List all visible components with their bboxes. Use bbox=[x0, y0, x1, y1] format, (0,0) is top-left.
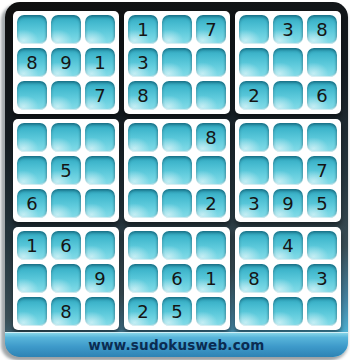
cell-r8c8[interactable] bbox=[273, 264, 303, 293]
block-r1c2: 1738 bbox=[124, 11, 230, 114]
sudoku-grid: 8917173838265682739516986125483 bbox=[13, 11, 341, 330]
cell-r3c5[interactable] bbox=[162, 81, 192, 110]
cell-r4c8[interactable] bbox=[273, 123, 303, 152]
cell-r5c2[interactable]: 5 bbox=[51, 156, 81, 185]
cell-r7c7[interactable] bbox=[239, 231, 269, 260]
cell-r6c6[interactable]: 2 bbox=[196, 189, 226, 218]
cell-r1c4[interactable]: 1 bbox=[128, 15, 158, 44]
block-r1c3: 3826 bbox=[235, 11, 341, 114]
block-r2c2: 82 bbox=[124, 119, 230, 222]
cell-r4c5[interactable] bbox=[162, 123, 192, 152]
block-r3c1: 1698 bbox=[13, 227, 119, 330]
cell-r8c9[interactable]: 3 bbox=[307, 264, 337, 293]
cell-r1c9[interactable]: 8 bbox=[307, 15, 337, 44]
cell-r8c1[interactable] bbox=[17, 264, 47, 293]
cell-r1c2[interactable] bbox=[51, 15, 81, 44]
cell-r6c3[interactable] bbox=[85, 189, 115, 218]
block-r3c3: 483 bbox=[235, 227, 341, 330]
cell-r5c8[interactable] bbox=[273, 156, 303, 185]
cell-r2c9[interactable] bbox=[307, 48, 337, 77]
cell-r2c1[interactable]: 8 bbox=[17, 48, 47, 77]
cell-r2c2[interactable]: 9 bbox=[51, 48, 81, 77]
cell-r7c6[interactable] bbox=[196, 231, 226, 260]
cell-r8c6[interactable]: 1 bbox=[196, 264, 226, 293]
block-r2c3: 7395 bbox=[235, 119, 341, 222]
cell-r7c8[interactable]: 4 bbox=[273, 231, 303, 260]
cell-r3c6[interactable] bbox=[196, 81, 226, 110]
cell-r9c5[interactable]: 5 bbox=[162, 297, 192, 326]
cell-r5c3[interactable] bbox=[85, 156, 115, 185]
cell-r5c7[interactable] bbox=[239, 156, 269, 185]
cell-r9c6[interactable] bbox=[196, 297, 226, 326]
cell-r1c7[interactable] bbox=[239, 15, 269, 44]
cell-r4c3[interactable] bbox=[85, 123, 115, 152]
cell-r6c5[interactable] bbox=[162, 189, 192, 218]
cell-r4c7[interactable] bbox=[239, 123, 269, 152]
block-r2c1: 56 bbox=[13, 119, 119, 222]
cell-r3c3[interactable]: 7 bbox=[85, 81, 115, 110]
cell-r8c4[interactable] bbox=[128, 264, 158, 293]
cell-r2c4[interactable]: 3 bbox=[128, 48, 158, 77]
cell-r3c8[interactable] bbox=[273, 81, 303, 110]
board-frame: 8917173838265682739516986125483 www.sudo… bbox=[5, 2, 348, 357]
cell-r3c7[interactable]: 2 bbox=[239, 81, 269, 110]
cell-r6c8[interactable]: 9 bbox=[273, 189, 303, 218]
cell-r9c9[interactable] bbox=[307, 297, 337, 326]
cell-r1c5[interactable] bbox=[162, 15, 192, 44]
cell-r6c2[interactable] bbox=[51, 189, 81, 218]
cell-r1c3[interactable] bbox=[85, 15, 115, 44]
cell-r8c2[interactable] bbox=[51, 264, 81, 293]
cell-r5c5[interactable] bbox=[162, 156, 192, 185]
sudoku-board: 8917173838265682739516986125483 www.sudo… bbox=[0, 0, 350, 360]
cell-r1c1[interactable] bbox=[17, 15, 47, 44]
cell-r7c5[interactable] bbox=[162, 231, 192, 260]
cell-r5c4[interactable] bbox=[128, 156, 158, 185]
cell-r7c3[interactable] bbox=[85, 231, 115, 260]
footer-bar: www.sudokusweb.com bbox=[5, 332, 348, 357]
cell-r6c9[interactable]: 5 bbox=[307, 189, 337, 218]
cell-r9c3[interactable] bbox=[85, 297, 115, 326]
cell-r8c3[interactable]: 9 bbox=[85, 264, 115, 293]
cell-r2c5[interactable] bbox=[162, 48, 192, 77]
cell-r3c2[interactable] bbox=[51, 81, 81, 110]
cell-r9c4[interactable]: 2 bbox=[128, 297, 158, 326]
cell-r4c4[interactable] bbox=[128, 123, 158, 152]
cell-r7c1[interactable]: 1 bbox=[17, 231, 47, 260]
cell-r9c1[interactable] bbox=[17, 297, 47, 326]
cell-r8c5[interactable]: 6 bbox=[162, 264, 192, 293]
cell-r7c9[interactable] bbox=[307, 231, 337, 260]
cell-r7c4[interactable] bbox=[128, 231, 158, 260]
cell-r2c7[interactable] bbox=[239, 48, 269, 77]
cell-r4c2[interactable] bbox=[51, 123, 81, 152]
cell-r5c6[interactable] bbox=[196, 156, 226, 185]
cell-r3c9[interactable]: 6 bbox=[307, 81, 337, 110]
cell-r4c9[interactable] bbox=[307, 123, 337, 152]
cell-r7c2[interactable]: 6 bbox=[51, 231, 81, 260]
cell-r5c1[interactable] bbox=[17, 156, 47, 185]
cell-r6c4[interactable] bbox=[128, 189, 158, 218]
cell-r3c1[interactable] bbox=[17, 81, 47, 110]
cell-r9c7[interactable] bbox=[239, 297, 269, 326]
cell-r3c4[interactable]: 8 bbox=[128, 81, 158, 110]
cell-r6c1[interactable]: 6 bbox=[17, 189, 47, 218]
cell-r1c8[interactable]: 3 bbox=[273, 15, 303, 44]
cell-r5c9[interactable]: 7 bbox=[307, 156, 337, 185]
cell-r2c8[interactable] bbox=[273, 48, 303, 77]
website-link[interactable]: www.sudokusweb.com bbox=[88, 337, 264, 353]
cell-r2c6[interactable] bbox=[196, 48, 226, 77]
cell-r6c7[interactable]: 3 bbox=[239, 189, 269, 218]
cell-r4c1[interactable] bbox=[17, 123, 47, 152]
cell-r2c3[interactable]: 1 bbox=[85, 48, 115, 77]
cell-r9c8[interactable] bbox=[273, 297, 303, 326]
cell-r1c6[interactable]: 7 bbox=[196, 15, 226, 44]
cell-r8c7[interactable]: 8 bbox=[239, 264, 269, 293]
cell-r4c6[interactable]: 8 bbox=[196, 123, 226, 152]
cell-r9c2[interactable]: 8 bbox=[51, 297, 81, 326]
block-r1c1: 8917 bbox=[13, 11, 119, 114]
block-r3c2: 6125 bbox=[124, 227, 230, 330]
